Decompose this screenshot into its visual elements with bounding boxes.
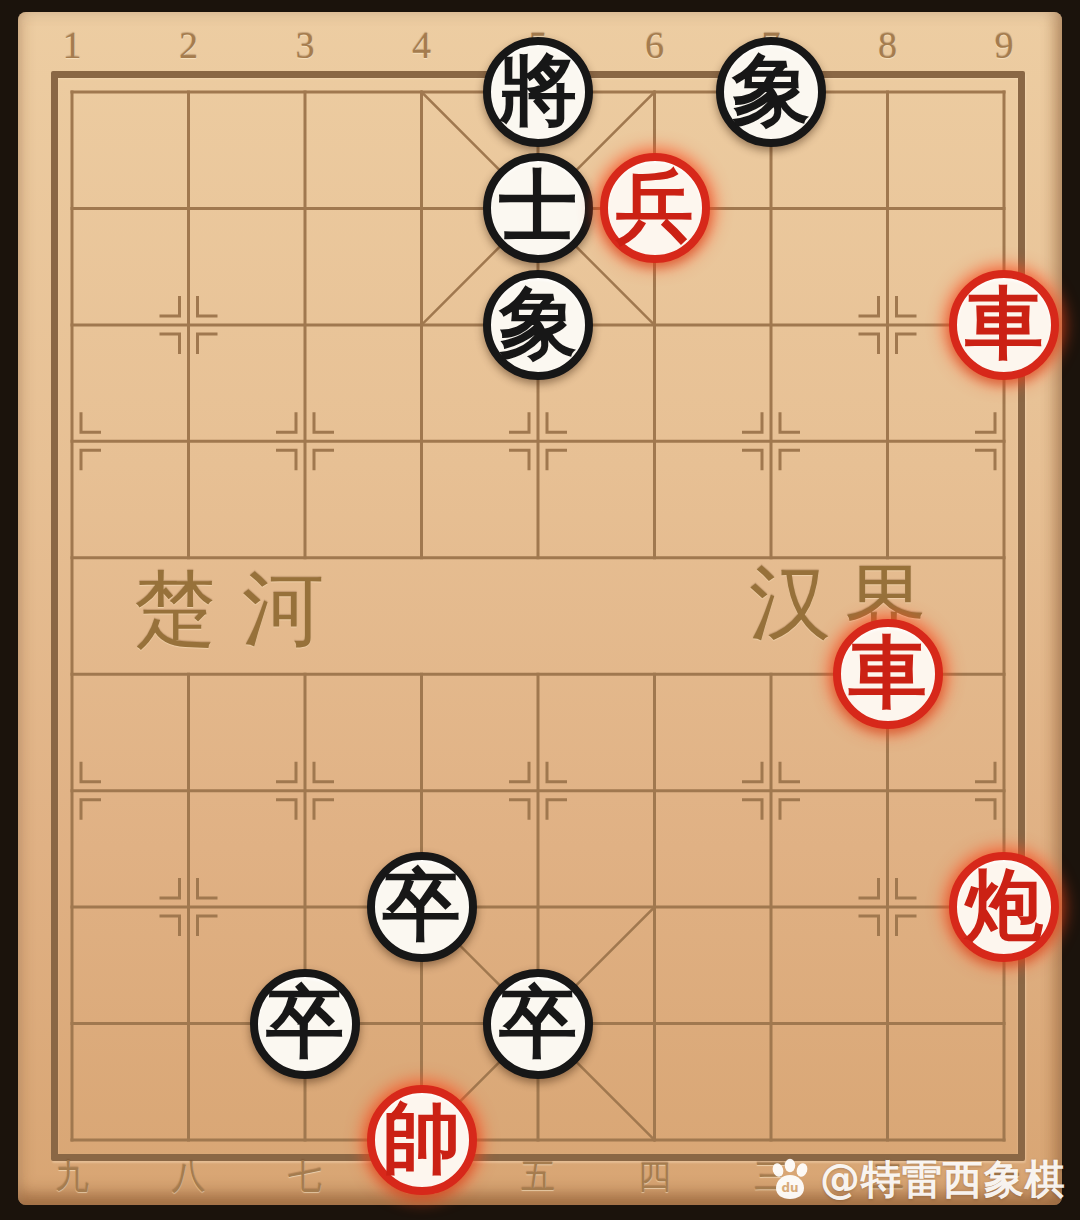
- file-label-top: 1: [63, 23, 82, 67]
- file-label-top: 6: [645, 23, 664, 67]
- file-label-top: 8: [878, 23, 897, 67]
- watermark: du @特雷西象棋: [767, 1152, 1066, 1207]
- piece-glyph: 卒: [266, 983, 344, 1061]
- svg-text:du: du: [781, 1181, 798, 1195]
- piece-glyph: 帥: [383, 1099, 461, 1177]
- piece-black-advisor[interactable]: 士: [483, 153, 593, 263]
- piece-glyph: 將: [499, 51, 577, 129]
- piece-red-cannon[interactable]: 炮: [949, 852, 1059, 962]
- piece-red-chariot[interactable]: 車: [949, 270, 1059, 380]
- piece-glyph: 士: [499, 167, 577, 245]
- piece-black-elephant[interactable]: 象: [483, 270, 593, 380]
- piece-glyph: 兵: [616, 167, 694, 245]
- piece-black-soldier[interactable]: 卒: [250, 969, 360, 1079]
- piece-glyph: 卒: [499, 983, 577, 1061]
- river-label-left: 楚河: [134, 568, 350, 650]
- piece-black-general[interactable]: 將: [483, 37, 593, 147]
- piece-red-soldier[interactable]: 兵: [600, 153, 710, 263]
- xiangqi-app: 123456789 九八七六五四三二一 楚河 汉界 將象士兵象車車炮卒卒卒帥 d…: [0, 0, 1080, 1220]
- piece-red-general[interactable]: 帥: [367, 1085, 477, 1195]
- file-label-top: 4: [412, 23, 431, 67]
- board-grid-layer: 楚河 汉界 將象士兵象車車炮卒卒卒帥: [72, 92, 1004, 1140]
- piece-glyph: 卒: [383, 866, 461, 944]
- file-label-bottom: 五: [521, 1154, 555, 1200]
- file-label-top: 3: [296, 23, 315, 67]
- piece-glyph: 炮: [965, 866, 1043, 944]
- piece-black-soldier[interactable]: 卒: [483, 969, 593, 1079]
- piece-glyph: 象: [499, 284, 577, 362]
- piece-black-elephant[interactable]: 象: [716, 37, 826, 147]
- file-label-bottom: 四: [638, 1154, 672, 1200]
- piece-red-chariot[interactable]: 車: [833, 619, 943, 729]
- watermark-handle: @特雷西象棋: [820, 1152, 1066, 1207]
- file-label-bottom: 八: [172, 1154, 206, 1200]
- file-label-top: 9: [995, 23, 1014, 67]
- file-label-top: 2: [179, 23, 198, 67]
- piece-glyph: 象: [732, 51, 810, 129]
- piece-glyph: 車: [965, 284, 1043, 362]
- baidu-paw-icon: du: [767, 1158, 813, 1202]
- file-label-bottom: 九: [55, 1154, 89, 1200]
- piece-black-soldier[interactable]: 卒: [367, 852, 477, 962]
- piece-glyph: 車: [849, 633, 927, 711]
- file-label-bottom: 七: [288, 1154, 322, 1200]
